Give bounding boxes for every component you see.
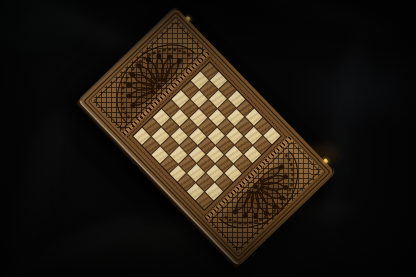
fabric-fold-highlight: [316, 29, 380, 262]
backgammon-case: [80, 7, 335, 264]
fabric-fold-highlight: [0, 107, 83, 277]
lid-face: [91, 19, 323, 253]
fabric-fold-highlight: [230, 0, 401, 51]
fabric-fold-highlight: [0, 200, 168, 277]
brass-hinge: [323, 158, 329, 164]
brass-hinge: [185, 15, 191, 21]
photo-scene: [0, 0, 416, 277]
